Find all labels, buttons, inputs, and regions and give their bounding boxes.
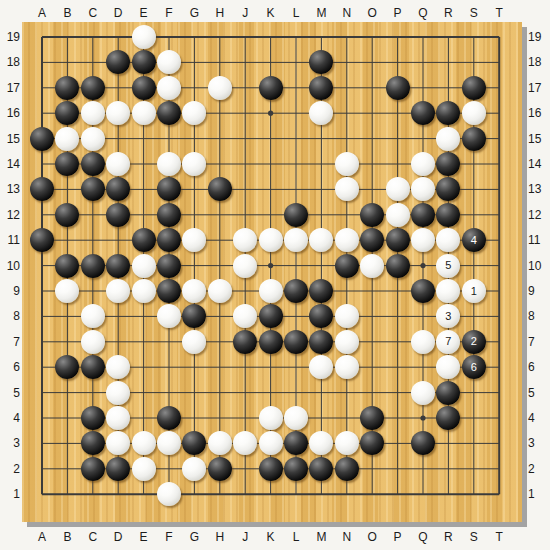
coordinate-label: 12 (0, 207, 20, 223)
black-stone[interactable]: 4 (462, 228, 486, 252)
coordinate-label: 13 (528, 181, 548, 197)
white-stone[interactable] (259, 279, 283, 303)
black-stone[interactable] (259, 457, 283, 481)
black-stone[interactable] (259, 76, 283, 100)
coordinate-label: A (32, 5, 52, 21)
go-board[interactable]: 4513726 (22, 22, 522, 522)
coordinate-label: K (261, 529, 281, 545)
coordinate-label: 11 (0, 232, 20, 248)
coordinate-label: H (210, 529, 230, 545)
star-point (420, 263, 425, 268)
coordinate-label: 6 (528, 359, 548, 375)
move-number-label: 5 (436, 254, 460, 278)
black-stone[interactable] (81, 406, 105, 430)
coordinate-label: D (108, 5, 128, 21)
white-stone[interactable] (386, 203, 410, 227)
coordinate-label: B (57, 529, 77, 545)
black-stone[interactable] (30, 228, 54, 252)
coordinate-label: S (464, 529, 484, 545)
coordinate-label: 2 (528, 461, 548, 477)
white-stone[interactable] (462, 101, 486, 125)
white-stone[interactable] (436, 127, 460, 151)
black-stone[interactable] (462, 76, 486, 100)
black-stone[interactable] (411, 279, 435, 303)
go-diagram: ABCDEFGHJKLMNOPQRST ABCDEFGHJKLMNOPQRST … (0, 0, 550, 550)
coordinate-label: 11 (528, 232, 548, 248)
white-stone[interactable]: 5 (436, 254, 460, 278)
white-stone[interactable] (360, 254, 384, 278)
coordinate-label: 5 (0, 385, 20, 401)
white-stone[interactable] (132, 25, 156, 49)
white-stone[interactable]: 3 (436, 304, 460, 328)
black-stone[interactable] (81, 152, 105, 176)
black-stone[interactable] (55, 254, 79, 278)
coordinate-label: N (337, 5, 357, 21)
coordinate-label: D (108, 529, 128, 545)
black-stone[interactable] (335, 457, 359, 481)
coordinate-label: 5 (528, 385, 548, 401)
coordinate-label: 3 (0, 435, 20, 451)
white-stone[interactable] (208, 76, 232, 100)
black-stone[interactable] (436, 381, 460, 405)
move-number-label: 4 (462, 228, 486, 252)
white-stone[interactable] (157, 76, 181, 100)
white-stone[interactable] (132, 101, 156, 125)
black-stone[interactable] (106, 457, 130, 481)
coordinate-label: 13 (0, 181, 20, 197)
coordinate-label: 8 (528, 308, 548, 324)
black-stone[interactable] (81, 355, 105, 379)
star-point (420, 415, 425, 420)
white-stone[interactable] (132, 431, 156, 455)
coordinate-label: K (261, 5, 281, 21)
coordinate-label: 16 (0, 105, 20, 121)
coordinate-label: J (235, 529, 255, 545)
coordinate-label: E (134, 5, 154, 21)
coordinate-label: 15 (0, 131, 20, 147)
coordinate-label: 9 (528, 283, 548, 299)
black-stone[interactable] (157, 279, 181, 303)
black-stone[interactable] (106, 254, 130, 278)
white-stone[interactable] (106, 279, 130, 303)
coordinate-label: G (184, 529, 204, 545)
coordinate-label: 1 (0, 486, 20, 502)
white-stone[interactable] (411, 152, 435, 176)
coordinate-label: C (83, 5, 103, 21)
black-stone[interactable] (30, 127, 54, 151)
coordinate-label: L (286, 5, 306, 21)
black-stone[interactable] (360, 406, 384, 430)
black-stone[interactable] (132, 76, 156, 100)
coordinate-label: 10 (0, 258, 20, 274)
coordinate-label: 15 (528, 131, 548, 147)
move-number-label: 1 (462, 279, 486, 303)
white-stone[interactable] (106, 381, 130, 405)
black-stone[interactable] (284, 330, 308, 354)
coordinate-label: 16 (528, 105, 548, 121)
coordinate-label: 19 (0, 29, 20, 45)
move-number-label: 2 (462, 330, 486, 354)
coordinate-label: C (83, 529, 103, 545)
black-stone[interactable]: 6 (462, 355, 486, 379)
black-stone[interactable] (157, 203, 181, 227)
black-stone[interactable] (157, 228, 181, 252)
black-stone[interactable] (284, 279, 308, 303)
coordinate-label: R (438, 529, 458, 545)
white-stone[interactable] (335, 355, 359, 379)
black-stone[interactable] (132, 228, 156, 252)
white-stone[interactable] (157, 152, 181, 176)
white-stone[interactable] (259, 228, 283, 252)
black-stone[interactable]: 2 (462, 330, 486, 354)
white-stone[interactable] (132, 254, 156, 278)
black-stone[interactable] (259, 330, 283, 354)
coordinate-label: J (235, 5, 255, 21)
white-stone[interactable] (335, 228, 359, 252)
black-stone[interactable] (284, 457, 308, 481)
black-stone[interactable] (233, 330, 257, 354)
coordinate-label: F (159, 529, 179, 545)
black-stone[interactable] (157, 406, 181, 430)
white-stone[interactable] (233, 254, 257, 278)
white-stone[interactable] (132, 279, 156, 303)
white-stone[interactable]: 7 (436, 330, 460, 354)
coordinate-label: 17 (528, 80, 548, 96)
black-stone[interactable] (106, 203, 130, 227)
black-stone[interactable] (81, 254, 105, 278)
black-stone[interactable] (386, 76, 410, 100)
coordinate-label: 14 (0, 156, 20, 172)
white-stone[interactable] (386, 177, 410, 201)
black-stone[interactable] (81, 457, 105, 481)
white-stone[interactable] (81, 330, 105, 354)
coordinate-label: P (388, 5, 408, 21)
coordinate-label: 4 (528, 410, 548, 426)
coordinate-label: T (489, 529, 509, 545)
white-stone[interactable] (106, 406, 130, 430)
coordinate-label: 4 (0, 410, 20, 426)
coordinate-label: 18 (0, 54, 20, 70)
coordinate-label: O (362, 5, 382, 21)
white-stone[interactable] (106, 152, 130, 176)
white-stone[interactable] (157, 482, 181, 506)
coordinate-label: 10 (528, 258, 548, 274)
coordinate-label: R (438, 5, 458, 21)
coordinate-label: 6 (0, 359, 20, 375)
coordinate-label: M (311, 529, 331, 545)
white-stone[interactable]: 1 (462, 279, 486, 303)
coordinate-label: M (311, 5, 331, 21)
white-stone[interactable] (411, 228, 435, 252)
star-point (268, 111, 273, 116)
coordinate-label: 17 (0, 80, 20, 96)
black-stone[interactable] (411, 101, 435, 125)
coordinate-label: 19 (528, 29, 548, 45)
white-stone[interactable] (284, 406, 308, 430)
white-stone[interactable] (335, 152, 359, 176)
black-stone[interactable] (335, 254, 359, 278)
black-stone[interactable] (386, 228, 410, 252)
star-point (268, 263, 273, 268)
coordinate-label: 9 (0, 283, 20, 299)
white-stone[interactable] (284, 228, 308, 252)
black-stone[interactable] (360, 203, 384, 227)
black-stone[interactable] (132, 50, 156, 74)
white-stone[interactable] (411, 330, 435, 354)
coordinate-label: B (57, 5, 77, 21)
white-stone[interactable] (335, 330, 359, 354)
coordinate-label: S (464, 5, 484, 21)
white-stone[interactable] (81, 127, 105, 151)
coordinate-label: E (134, 529, 154, 545)
black-stone[interactable] (411, 203, 435, 227)
move-number-label: 7 (436, 330, 460, 354)
move-number-label: 3 (436, 304, 460, 328)
coordinate-label: L (286, 529, 306, 545)
black-stone[interactable] (157, 101, 181, 125)
black-stone[interactable] (259, 304, 283, 328)
coordinate-label: P (388, 529, 408, 545)
coordinate-label: 7 (528, 334, 548, 350)
coordinate-label: 8 (0, 308, 20, 324)
coordinate-label: 3 (528, 435, 548, 451)
coordinate-label: A (32, 529, 52, 545)
black-stone[interactable] (462, 127, 486, 151)
black-stone[interactable] (208, 457, 232, 481)
black-stone[interactable] (284, 203, 308, 227)
coordinate-label: N (337, 529, 357, 545)
black-stone[interactable] (386, 254, 410, 278)
coordinate-label: O (362, 529, 382, 545)
coordinate-label: 2 (0, 461, 20, 477)
coordinate-label: 18 (528, 54, 548, 70)
coordinate-label: 14 (528, 156, 548, 172)
white-stone[interactable] (55, 127, 79, 151)
white-stone[interactable] (259, 406, 283, 430)
coordinate-label: 7 (0, 334, 20, 350)
white-stone[interactable] (411, 381, 435, 405)
coordinate-label: 12 (528, 207, 548, 223)
black-stone[interactable] (157, 254, 181, 278)
white-stone[interactable] (81, 101, 105, 125)
white-stone[interactable] (208, 279, 232, 303)
coordinate-label: G (184, 5, 204, 21)
coordinate-label: T (489, 5, 509, 21)
coordinate-label: Q (413, 5, 433, 21)
coordinate-label: H (210, 5, 230, 21)
coordinate-label: F (159, 5, 179, 21)
coordinate-label: Q (413, 529, 433, 545)
move-number-label: 6 (462, 355, 486, 379)
white-stone[interactable] (132, 457, 156, 481)
white-stone[interactable] (259, 431, 283, 455)
black-stone[interactable] (81, 76, 105, 100)
coordinate-label: 1 (528, 486, 548, 502)
